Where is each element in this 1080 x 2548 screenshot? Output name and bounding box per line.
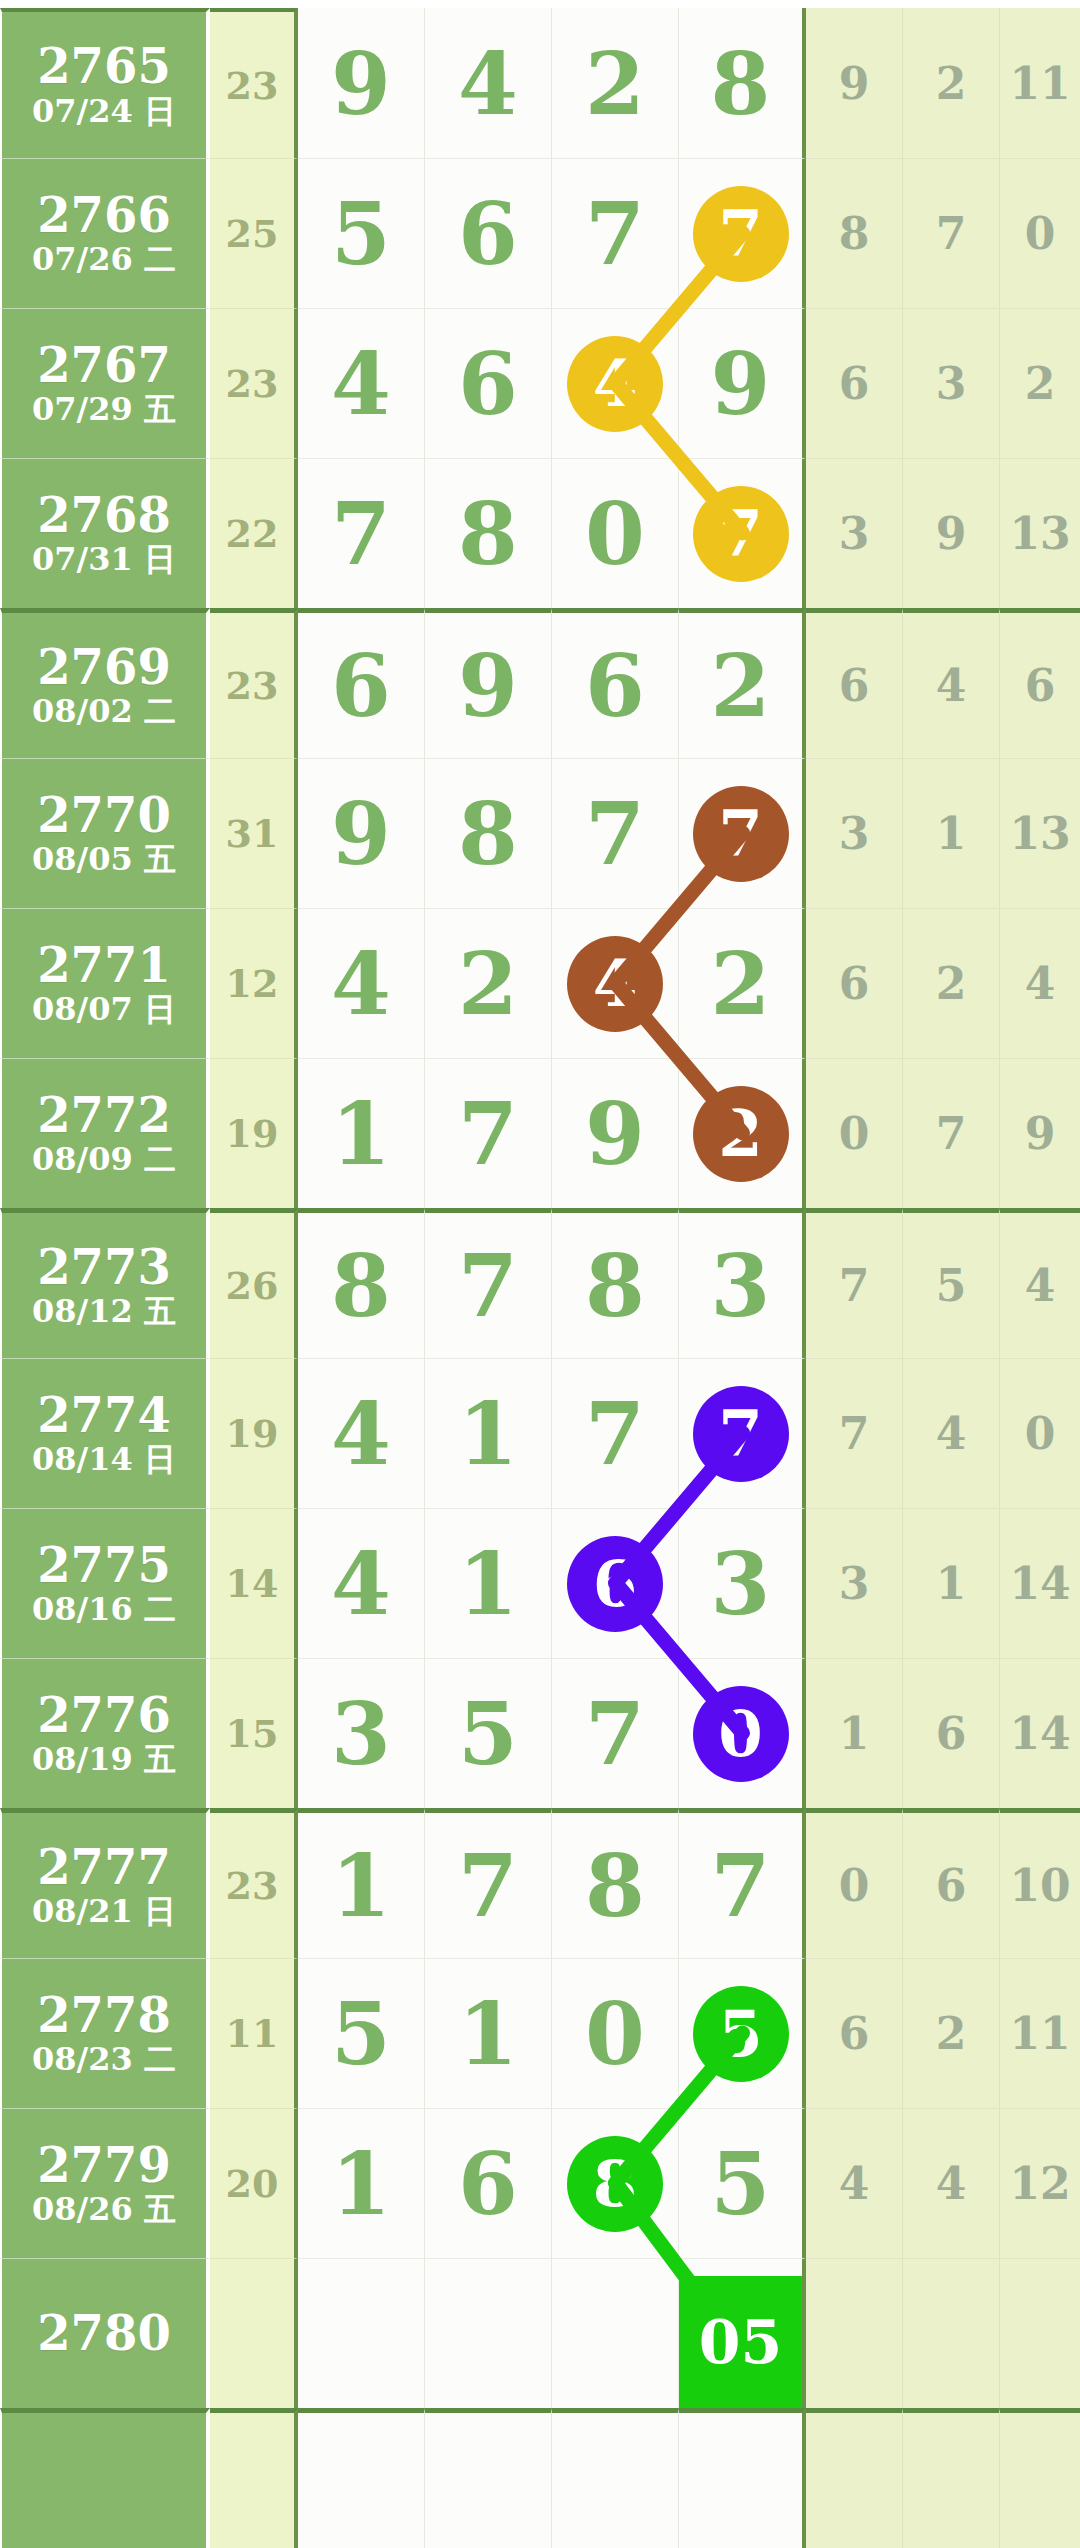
lottery-trend-chart: 276507/24 日2394289211276607/26 二25567787… xyxy=(0,0,1080,2548)
trend-line-green xyxy=(616,2033,743,2296)
trend-connector-lines xyxy=(0,0,1080,2548)
trend-line-purple xyxy=(616,1433,743,1733)
trend-line-yellow xyxy=(616,233,743,533)
trend-line-brown xyxy=(616,833,743,1133)
